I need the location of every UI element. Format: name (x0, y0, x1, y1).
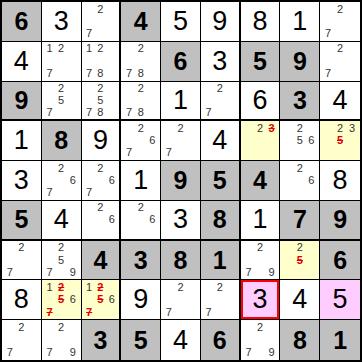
pencil-mark: 7 (243, 347, 255, 358)
cell-r4c1[interactable]: 1 (2, 121, 42, 161)
cell-r7c8[interactable]: 25 (280, 241, 320, 281)
cell-r4c7[interactable]: 23 (241, 121, 281, 161)
pencil-mark: 2 (294, 163, 306, 174)
pencil-mark: 7 (4, 347, 16, 358)
cell-r6c3[interactable]: 26 (82, 201, 122, 241)
pencil-mark: 2 (95, 202, 106, 213)
pencil-mark: 7 (203, 107, 214, 118)
pencil-mark: 1 (44, 282, 56, 293)
pencil-mark: 2 (55, 322, 67, 333)
cell-r1c5[interactable]: 5 (161, 2, 201, 42)
pencil-mark: 2 (55, 163, 67, 174)
cell-r8c5[interactable]: 27 (161, 280, 201, 320)
pencil-mark: 3 (346, 123, 358, 134)
pencil-mark: 5 (55, 95, 67, 106)
cell-r2c5[interactable]: 6 (161, 42, 201, 82)
pencil-mark: 2 (334, 4, 346, 15)
cell-r4c2[interactable]: 8 (42, 121, 82, 161)
pencil-mark: 7 (44, 267, 56, 278)
cell-r9c7[interactable]: 279 (241, 320, 281, 360)
cell-r6c7[interactable]: 1 (241, 201, 281, 241)
pencil-mark: 2 (254, 242, 266, 253)
cell-r1c3[interactable]: 27 (82, 2, 122, 42)
sudoku-board: 6327459812741271278278635927925725782781… (0, 0, 362, 362)
cell-r5c7[interactable]: 4 (241, 161, 281, 201)
pencil-mark: 7 (243, 267, 255, 278)
pencil-mark: 7 (44, 187, 56, 198)
cell-r7c9[interactable]: 6 (320, 241, 360, 281)
cell-r2c2[interactable]: 127 (42, 42, 82, 82)
pencil-mark: 7 (203, 307, 214, 318)
cell-r2c6[interactable]: 3 (201, 42, 241, 82)
pencil-mark: 2 (16, 322, 28, 333)
pencil-mark: 2 (16, 242, 28, 253)
pencil-mark: 5 (55, 255, 67, 266)
cell-r9c6[interactable]: 6 (201, 320, 241, 360)
cell-r2c7[interactable]: 5 (241, 42, 281, 82)
cell-r4c6[interactable]: 4 (201, 121, 241, 161)
pencil-mark: 2 (294, 242, 306, 253)
pencil-mark-eliminated: 2 (95, 282, 106, 293)
cell-r8c7[interactable]: 3 (241, 280, 281, 320)
cell-r1c6[interactable]: 9 (201, 2, 241, 42)
cell-r8c6[interactable]: 27 (201, 280, 241, 320)
pencil-mark: 7 (84, 28, 95, 39)
pencil-mark: 2 (175, 282, 187, 293)
pencil-mark: 7 (322, 68, 334, 79)
pencil-mark: 2 (254, 123, 266, 134)
cell-r6c2[interactable]: 4 (42, 201, 82, 241)
pencil-mark: 1 (44, 43, 56, 54)
pencil-mark: 7 (84, 68, 95, 79)
pencil-mark: 2 (55, 43, 67, 54)
pencil-mark: 6 (106, 214, 117, 225)
cell-r6c1[interactable]: 5 (2, 201, 42, 241)
cell-r3c4[interactable]: 278 (121, 82, 161, 122)
cell-r4c5[interactable]: 27 (161, 121, 201, 161)
cell-r9c1[interactable]: 27 (2, 320, 42, 360)
cell-r2c3[interactable]: 1278 (82, 42, 122, 82)
pencil-mark: 1 (84, 43, 95, 54)
cell-r6c5[interactable]: 3 (161, 201, 201, 241)
pencil-mark: 8 (135, 107, 147, 118)
pencil-mark: 6 (306, 135, 318, 146)
pencil-mark: 7 (163, 307, 175, 318)
cell-r4c4[interactable]: 267 (121, 121, 161, 161)
cell-r8c4[interactable]: 9 (121, 280, 161, 320)
pencil-mark: 2 (135, 83, 147, 94)
pencil-mark: 9 (266, 267, 278, 278)
cell-r8c9[interactable]: 5 (320, 280, 360, 320)
pencil-mark: 7 (4, 267, 16, 278)
pencil-mark: 2 (294, 123, 306, 134)
cell-r8c3[interactable]: 12567 (82, 280, 122, 320)
cell-r7c3[interactable]: 4 (82, 241, 122, 281)
cell-r6c9[interactable]: 9 (320, 201, 360, 241)
pencil-mark: 7 (123, 147, 135, 158)
pencil-mark: 2 (135, 123, 147, 134)
pencil-mark: 7 (44, 68, 56, 79)
pencil-mark: 8 (135, 68, 147, 79)
cell-r4c9[interactable]: 235 (320, 121, 360, 161)
cell-r1c1[interactable]: 6 (2, 2, 42, 42)
cell-r5c9[interactable]: 8 (320, 161, 360, 201)
cell-r2c9[interactable]: 27 (320, 42, 360, 82)
cell-r5c4[interactable]: 1 (121, 161, 161, 201)
cell-r5c6[interactable]: 5 (201, 161, 241, 201)
pencil-mark: 6 (106, 175, 117, 186)
cell-r3c3[interactable]: 2578 (82, 82, 122, 122)
cell-r3c7[interactable]: 6 (241, 82, 281, 122)
cell-r9c4[interactable]: 5 (121, 320, 161, 360)
pencil-mark: 2 (254, 322, 266, 333)
cell-r3c2[interactable]: 257 (42, 82, 82, 122)
cell-r3c6[interactable]: 27 (201, 82, 241, 122)
pencil-mark: 6 (147, 135, 159, 146)
cell-r1c4[interactable]: 4 (121, 2, 161, 42)
pencil-mark: 2 (135, 43, 147, 54)
pencil-mark: 6 (306, 175, 318, 186)
pencil-mark: 7 (84, 187, 95, 198)
cell-r9c3[interactable]: 3 (82, 320, 122, 360)
cell-r5c1[interactable]: 3 (2, 161, 42, 201)
cell-r1c9[interactable]: 27 (320, 2, 360, 42)
pencil-mark-eliminated: 7 (84, 307, 95, 318)
cell-r8c1[interactable]: 8 (2, 280, 42, 320)
cell-r2c8[interactable]: 9 (280, 42, 320, 82)
pencil-mark: 6 (67, 175, 79, 186)
cell-r5c3[interactable]: 267 (82, 161, 122, 201)
pencil-mark: 2 (175, 123, 187, 134)
cell-r9c5[interactable]: 4 (161, 320, 201, 360)
cell-r3c1[interactable]: 9 (2, 82, 42, 122)
pencil-mark: 2 (55, 83, 67, 94)
cell-r3c8[interactable]: 3 (280, 82, 320, 122)
pencil-mark: 6 (106, 294, 117, 305)
pencil-mark: 7 (44, 107, 56, 118)
cell-r5c8[interactable]: 26 (280, 161, 320, 201)
cell-r5c5[interactable]: 9 (161, 161, 201, 201)
pencil-mark: 9 (67, 347, 79, 358)
cell-r7c2[interactable]: 2579 (42, 241, 82, 281)
pencil-mark: 5 (95, 95, 106, 106)
pencil-mark: 2 (55, 242, 67, 253)
pencil-mark: 7 (163, 147, 175, 158)
pencil-mark: 9 (67, 267, 79, 278)
cell-r4c8[interactable]: 256 (280, 121, 320, 161)
pencil-mark: 2 (334, 123, 346, 134)
cell-r7c4[interactable]: 3 (121, 241, 161, 281)
pencil-mark: 2 (334, 43, 346, 54)
cell-r2c4[interactable]: 278 (121, 42, 161, 82)
cell-r1c8[interactable]: 1 (280, 2, 320, 42)
cell-r7c7[interactable]: 279 (241, 241, 281, 281)
pencil-mark: 1 (84, 282, 95, 293)
cell-r7c1[interactable]: 27 (2, 241, 42, 281)
pencil-mark: 2 (214, 83, 225, 94)
pencil-mark: 7 (44, 347, 56, 358)
pencil-mark: 2 (135, 202, 147, 213)
cell-r4c3[interactable]: 9 (82, 121, 122, 161)
cell-r6c8[interactable]: 7 (280, 201, 320, 241)
pencil-mark: 2 (95, 83, 106, 94)
pencil-mark: 5 (294, 135, 306, 146)
pencil-mark: 8 (95, 107, 106, 118)
cell-r5c2[interactable]: 267 (42, 161, 82, 201)
pencil-mark-eliminated: 5 (55, 294, 67, 305)
pencil-mark: 9 (266, 347, 278, 358)
pencil-mark: 2 (95, 43, 106, 54)
cell-r8c8[interactable]: 4 (280, 280, 320, 320)
cell-r6c4[interactable]: 26 (121, 201, 161, 241)
pencil-mark-eliminated: 7 (44, 307, 56, 318)
cell-r1c2[interactable]: 3 (42, 2, 82, 42)
pencil-mark: 7 (123, 68, 135, 79)
pencil-mark: 7 (84, 107, 95, 118)
cell-r9c8[interactable]: 8 (280, 320, 320, 360)
pencil-mark: 7 (123, 107, 135, 118)
pencil-mark: 2 (95, 4, 106, 15)
pencil-mark-eliminated: 5 (334, 135, 346, 146)
pencil-mark: 2 (214, 282, 225, 293)
cell-r9c9[interactable]: 1 (320, 320, 360, 360)
cell-r3c9[interactable]: 4 (320, 82, 360, 122)
cell-r2c1[interactable]: 4 (2, 42, 42, 82)
cell-r9c2[interactable]: 279 (42, 320, 82, 360)
pencil-mark-eliminated: 5 (294, 255, 306, 266)
pencil-mark: 2 (95, 163, 106, 174)
pencil-mark: 8 (95, 68, 106, 79)
pencil-mark: 6 (147, 214, 159, 225)
cell-r7c5[interactable]: 8 (161, 241, 201, 281)
cell-r6c6[interactable]: 8 (201, 201, 241, 241)
cell-r3c5[interactable]: 1 (161, 82, 201, 122)
cell-r1c7[interactable]: 8 (241, 2, 281, 42)
cell-r7c6[interactable]: 1 (201, 241, 241, 281)
pencil-mark-eliminated: 5 (95, 294, 106, 305)
pencil-mark-eliminated: 3 (266, 123, 278, 134)
cell-r8c2[interactable]: 12567 (42, 280, 82, 320)
pencil-mark: 7 (322, 28, 334, 39)
pencil-mark-eliminated: 2 (55, 282, 67, 293)
pencil-mark: 6 (67, 294, 79, 305)
